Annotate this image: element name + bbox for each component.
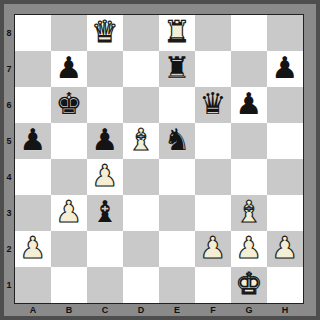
file-label-d: D bbox=[123, 304, 159, 316]
piece-white-pawn-a2[interactable]: ♟ bbox=[20, 231, 47, 266]
piece-white-pawn-h2[interactable]: ♟ bbox=[272, 231, 299, 266]
square-d8[interactable] bbox=[123, 15, 159, 51]
piece-black-pawn-b7[interactable]: ♟ bbox=[56, 51, 83, 86]
square-h5[interactable] bbox=[267, 123, 303, 159]
rank-label-4: 4 bbox=[4, 159, 14, 195]
rank-label-6: 6 bbox=[4, 87, 14, 123]
square-b3[interactable]: ♟ bbox=[51, 195, 87, 231]
rank-labels: 87654321 bbox=[4, 15, 14, 303]
piece-black-pawn-g6[interactable]: ♟ bbox=[236, 87, 263, 122]
file-label-a: A bbox=[15, 304, 51, 316]
square-b1[interactable] bbox=[51, 267, 87, 303]
square-h7[interactable]: ♟ bbox=[267, 51, 303, 87]
piece-white-bishop-d5[interactable]: ♝ bbox=[128, 123, 155, 158]
square-e1[interactable] bbox=[159, 267, 195, 303]
piece-black-rook-e7[interactable]: ♜ bbox=[164, 51, 191, 86]
square-g4[interactable] bbox=[231, 159, 267, 195]
square-e3[interactable] bbox=[159, 195, 195, 231]
square-g5[interactable] bbox=[231, 123, 267, 159]
square-d2[interactable] bbox=[123, 231, 159, 267]
square-g3[interactable]: ♝ bbox=[231, 195, 267, 231]
square-f1[interactable] bbox=[195, 267, 231, 303]
square-f3[interactable] bbox=[195, 195, 231, 231]
square-a4[interactable] bbox=[15, 159, 51, 195]
square-c8[interactable]: ♛ bbox=[87, 15, 123, 51]
square-h3[interactable] bbox=[267, 195, 303, 231]
file-label-g: G bbox=[231, 304, 267, 316]
piece-white-pawn-c4[interactable]: ♟ bbox=[92, 159, 119, 194]
rank-label-2: 2 bbox=[4, 231, 14, 267]
square-b4[interactable] bbox=[51, 159, 87, 195]
square-b7[interactable]: ♟ bbox=[51, 51, 87, 87]
file-label-b: B bbox=[51, 304, 87, 316]
square-a7[interactable] bbox=[15, 51, 51, 87]
square-b5[interactable] bbox=[51, 123, 87, 159]
square-a3[interactable] bbox=[15, 195, 51, 231]
square-e6[interactable] bbox=[159, 87, 195, 123]
square-b8[interactable] bbox=[51, 15, 87, 51]
piece-black-bishop-c3[interactable]: ♝ bbox=[92, 195, 119, 230]
square-a1[interactable] bbox=[15, 267, 51, 303]
piece-black-pawn-h7[interactable]: ♟ bbox=[272, 51, 299, 86]
file-labels: ABCDEFGH bbox=[15, 304, 303, 316]
square-c6[interactable] bbox=[87, 87, 123, 123]
square-a6[interactable] bbox=[15, 87, 51, 123]
square-h6[interactable] bbox=[267, 87, 303, 123]
square-d1[interactable] bbox=[123, 267, 159, 303]
rank-label-7: 7 bbox=[4, 51, 14, 87]
file-label-h: H bbox=[267, 304, 303, 316]
square-a5[interactable]: ♟ bbox=[15, 123, 51, 159]
square-b2[interactable] bbox=[51, 231, 87, 267]
square-d5[interactable]: ♝ bbox=[123, 123, 159, 159]
square-c3[interactable]: ♝ bbox=[87, 195, 123, 231]
square-f4[interactable] bbox=[195, 159, 231, 195]
square-e5[interactable]: ♞ bbox=[159, 123, 195, 159]
square-f6[interactable]: ♛ bbox=[195, 87, 231, 123]
square-g6[interactable]: ♟ bbox=[231, 87, 267, 123]
piece-white-pawn-g2[interactable]: ♟ bbox=[236, 231, 263, 266]
rank-label-5: 5 bbox=[4, 123, 14, 159]
square-h4[interactable] bbox=[267, 159, 303, 195]
square-d4[interactable] bbox=[123, 159, 159, 195]
chess-board: ♛♜♟♜♟♚♛♟♟♟♝♞♟♟♝♝♟♟♟♟♚ bbox=[14, 14, 304, 304]
square-e4[interactable] bbox=[159, 159, 195, 195]
square-c7[interactable] bbox=[87, 51, 123, 87]
square-e7[interactable]: ♜ bbox=[159, 51, 195, 87]
file-label-e: E bbox=[159, 304, 195, 316]
rank-label-1: 1 bbox=[4, 267, 14, 303]
square-g1[interactable]: ♚ bbox=[231, 267, 267, 303]
piece-white-bishop-g3[interactable]: ♝ bbox=[236, 195, 263, 230]
square-g7[interactable] bbox=[231, 51, 267, 87]
square-c1[interactable] bbox=[87, 267, 123, 303]
square-g2[interactable]: ♟ bbox=[231, 231, 267, 267]
square-f7[interactable] bbox=[195, 51, 231, 87]
square-a8[interactable] bbox=[15, 15, 51, 51]
square-e2[interactable] bbox=[159, 231, 195, 267]
piece-white-queen-c8[interactable]: ♛ bbox=[92, 15, 119, 50]
square-h1[interactable] bbox=[267, 267, 303, 303]
board-frame: 87654321 ♛♜♟♜♟♚♛♟♟♟♝♞♟♟♝♝♟♟♟♟♚ ABCDEFGH bbox=[0, 0, 320, 320]
square-b6[interactable]: ♚ bbox=[51, 87, 87, 123]
square-e8[interactable]: ♜ bbox=[159, 15, 195, 51]
square-g8[interactable] bbox=[231, 15, 267, 51]
square-d6[interactable] bbox=[123, 87, 159, 123]
piece-white-rook-e8[interactable]: ♜ bbox=[164, 15, 191, 50]
square-a2[interactable]: ♟ bbox=[15, 231, 51, 267]
piece-white-king-g1[interactable]: ♚ bbox=[236, 267, 263, 302]
square-c2[interactable] bbox=[87, 231, 123, 267]
square-f5[interactable] bbox=[195, 123, 231, 159]
piece-black-queen-f6[interactable]: ♛ bbox=[200, 87, 227, 122]
piece-white-pawn-b3[interactable]: ♟ bbox=[56, 195, 83, 230]
square-h2[interactable]: ♟ bbox=[267, 231, 303, 267]
square-d3[interactable] bbox=[123, 195, 159, 231]
piece-black-king-b6[interactable]: ♚ bbox=[56, 87, 83, 122]
square-c4[interactable]: ♟ bbox=[87, 159, 123, 195]
piece-white-pawn-f2[interactable]: ♟ bbox=[200, 231, 227, 266]
square-d7[interactable] bbox=[123, 51, 159, 87]
square-f8[interactable] bbox=[195, 15, 231, 51]
piece-black-pawn-c5[interactable]: ♟ bbox=[92, 123, 119, 158]
square-f2[interactable]: ♟ bbox=[195, 231, 231, 267]
file-label-c: C bbox=[87, 304, 123, 316]
square-c5[interactable]: ♟ bbox=[87, 123, 123, 159]
piece-black-knight-e5[interactable]: ♞ bbox=[164, 123, 191, 158]
rank-label-8: 8 bbox=[4, 15, 14, 51]
file-label-f: F bbox=[195, 304, 231, 316]
rank-label-3: 3 bbox=[4, 195, 14, 231]
piece-black-pawn-a5[interactable]: ♟ bbox=[20, 123, 47, 158]
square-h8[interactable] bbox=[267, 15, 303, 51]
